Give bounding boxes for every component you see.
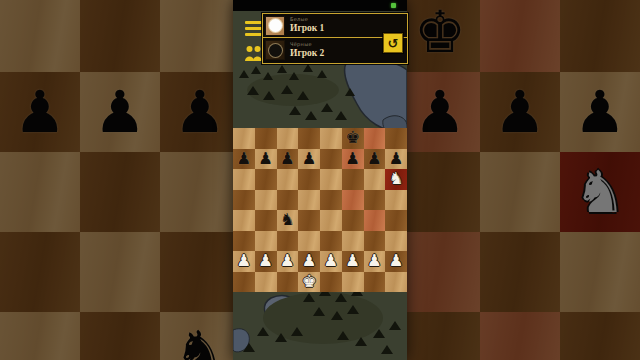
black-pawn-d7[interactable]: ♟ <box>302 151 317 168</box>
square-a4[interactable] <box>233 210 255 231</box>
square-g2[interactable]: ♟ <box>364 251 386 272</box>
square-c5[interactable] <box>277 190 299 211</box>
square-d6[interactable] <box>298 169 320 190</box>
chess-app-window: Белые Игрок 1 Чёрные Игрок 2 ↺ ♚♟♟♟♟♟♟♟♞… <box>233 0 407 360</box>
square-e8[interactable] <box>320 128 342 149</box>
square-b5[interactable] <box>255 190 277 211</box>
square-a3[interactable] <box>233 231 255 252</box>
notification-dot-icon <box>391 3 396 8</box>
undo-button[interactable]: ↺ <box>383 33 403 53</box>
square-d2[interactable]: ♟ <box>298 251 320 272</box>
screenshot-stage: ♚♟♟♟♟♟♟♟♞♞ <box>0 0 640 360</box>
square-g5[interactable] <box>364 190 386 211</box>
white-pawn-f2[interactable]: ♟ <box>345 253 360 270</box>
square-b7[interactable]: ♟ <box>255 149 277 170</box>
square-b1[interactable] <box>255 272 277 293</box>
white-pawn-g2[interactable]: ♟ <box>367 253 382 270</box>
square-c3[interactable] <box>277 231 299 252</box>
square-f3[interactable] <box>342 231 364 252</box>
square-g4[interactable] <box>364 210 386 231</box>
square-b4[interactable] <box>255 210 277 231</box>
square-g8[interactable] <box>364 128 386 149</box>
square-a8[interactable] <box>233 128 255 149</box>
square-c7[interactable]: ♟ <box>277 149 299 170</box>
black-pawn-g7[interactable]: ♟ <box>367 151 382 168</box>
square-e4[interactable] <box>320 210 342 231</box>
player-1-side-label: Белые <box>290 17 324 22</box>
square-d1[interactable]: ♚ <box>298 272 320 293</box>
square-d7[interactable]: ♟ <box>298 149 320 170</box>
square-h8[interactable] <box>385 128 407 149</box>
square-d8[interactable] <box>298 128 320 149</box>
two-players-icon[interactable] <box>244 45 263 62</box>
menu-button[interactable] <box>245 21 262 39</box>
square-g1[interactable] <box>364 272 386 293</box>
white-pawn-d2[interactable]: ♟ <box>302 253 317 270</box>
square-b6[interactable] <box>255 169 277 190</box>
black-pawn-a7[interactable]: ♟ <box>236 151 251 168</box>
square-e3[interactable] <box>320 231 342 252</box>
square-c2[interactable]: ♟ <box>277 251 299 272</box>
square-h5[interactable] <box>385 190 407 211</box>
white-disc-icon <box>269 19 282 32</box>
white-king-d1[interactable]: ♚ <box>302 274 317 291</box>
player-2-avatar <box>265 40 285 60</box>
square-e5[interactable] <box>320 190 342 211</box>
status-bar <box>233 0 407 11</box>
square-b3[interactable] <box>255 231 277 252</box>
square-c4[interactable]: ♞ <box>277 210 299 231</box>
white-knight-h6[interactable]: ♞ <box>389 171 404 188</box>
square-a7[interactable]: ♟ <box>233 149 255 170</box>
square-f5[interactable] <box>342 190 364 211</box>
square-a6[interactable] <box>233 169 255 190</box>
chess-board: ♚♟♟♟♟♟♟♟♞♞♟♟♟♟♟♟♟♟♚ <box>233 128 407 292</box>
player-1-name: Игрок 1 <box>290 24 324 34</box>
square-a1[interactable] <box>233 272 255 293</box>
square-c6[interactable] <box>277 169 299 190</box>
square-c8[interactable] <box>277 128 299 149</box>
black-pawn-f7[interactable]: ♟ <box>345 151 360 168</box>
hamburger-icon <box>245 21 262 24</box>
square-g6[interactable] <box>364 169 386 190</box>
square-g3[interactable] <box>364 231 386 252</box>
square-f7[interactable]: ♟ <box>342 149 364 170</box>
square-d4[interactable] <box>298 210 320 231</box>
black-king-f8[interactable]: ♚ <box>345 130 360 147</box>
white-pawn-h2[interactable]: ♟ <box>389 253 404 270</box>
square-e1[interactable] <box>320 272 342 293</box>
player-2-side-label: Чёрные <box>290 42 324 47</box>
square-f2[interactable]: ♟ <box>342 251 364 272</box>
square-h2[interactable]: ♟ <box>385 251 407 272</box>
square-h3[interactable] <box>385 231 407 252</box>
square-d5[interactable] <box>298 190 320 211</box>
white-pawn-e2[interactable]: ♟ <box>323 253 338 270</box>
square-a5[interactable] <box>233 190 255 211</box>
square-e2[interactable]: ♟ <box>320 251 342 272</box>
square-g7[interactable]: ♟ <box>364 149 386 170</box>
square-c1[interactable] <box>277 272 299 293</box>
black-pawn-c7[interactable]: ♟ <box>280 151 295 168</box>
white-pawn-c2[interactable]: ♟ <box>280 253 295 270</box>
black-pawn-b7[interactable]: ♟ <box>258 151 273 168</box>
black-knight-c4[interactable]: ♞ <box>280 212 295 229</box>
square-b2[interactable]: ♟ <box>255 251 277 272</box>
square-h4[interactable] <box>385 210 407 231</box>
square-d3[interactable] <box>298 231 320 252</box>
square-h7[interactable]: ♟ <box>385 149 407 170</box>
square-b8[interactable] <box>255 128 277 149</box>
player-2-name: Игрок 2 <box>290 49 324 59</box>
square-f8[interactable]: ♚ <box>342 128 364 149</box>
square-e6[interactable] <box>320 169 342 190</box>
white-pawn-b2[interactable]: ♟ <box>258 253 273 270</box>
player-1-avatar <box>265 16 285 36</box>
black-pawn-h7[interactable]: ♟ <box>389 151 404 168</box>
white-pawn-a2[interactable]: ♟ <box>236 253 251 270</box>
square-h1[interactable] <box>385 272 407 293</box>
undo-rotate-left-icon: ↺ <box>388 36 399 51</box>
square-f6[interactable] <box>342 169 364 190</box>
square-a2[interactable]: ♟ <box>233 251 255 272</box>
square-f1[interactable] <box>342 272 364 293</box>
black-disc-icon <box>269 44 282 57</box>
square-h6[interactable]: ♞ <box>385 169 407 190</box>
square-f4[interactable] <box>342 210 364 231</box>
square-e7[interactable] <box>320 149 342 170</box>
